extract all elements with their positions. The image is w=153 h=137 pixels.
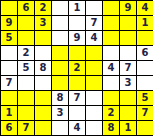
cell-r9c2[interactable]: 7	[18, 121, 34, 135]
cell-r3c5[interactable]: 9	[69, 31, 85, 45]
cell-r9c3[interactable]	[35, 121, 51, 135]
cell-r5c4[interactable]	[52, 61, 68, 75]
cell-r2c6[interactable]: 7	[86, 16, 102, 30]
cell-r5c1[interactable]	[1, 61, 17, 75]
cell-r6c1[interactable]: 7	[1, 76, 17, 90]
cell-r3c3[interactable]	[35, 31, 51, 45]
cell-r8c2[interactable]	[18, 106, 34, 120]
cell-r6c5[interactable]	[69, 76, 85, 90]
cell-r1c6[interactable]	[86, 1, 102, 15]
cell-r3c9[interactable]	[137, 31, 153, 45]
cell-r8c8[interactable]	[120, 106, 136, 120]
cell-r8c3[interactable]	[35, 106, 51, 120]
cell-r8c6[interactable]	[86, 106, 102, 120]
cell-r5c7[interactable]: 4	[103, 61, 119, 75]
cell-r4c5[interactable]	[69, 46, 85, 60]
cell-r6c9[interactable]	[137, 76, 153, 90]
cell-r9c7[interactable]: 8	[103, 121, 119, 135]
cell-r2c9[interactable]: 1	[137, 16, 153, 30]
cell-r8c4[interactable]: 3	[52, 106, 68, 120]
cell-r3c4[interactable]	[52, 31, 68, 45]
cell-r4c3[interactable]	[35, 46, 51, 60]
cell-r7c4[interactable]: 8	[52, 91, 68, 105]
cell-r2c8[interactable]	[120, 16, 136, 30]
cell-r7c7[interactable]	[103, 91, 119, 105]
cell-r1c8[interactable]: 9	[120, 1, 136, 15]
cell-r5c9[interactable]	[137, 61, 153, 75]
cell-r1c4[interactable]	[52, 1, 68, 15]
cell-r5c3[interactable]: 8	[35, 61, 51, 75]
cell-r2c5[interactable]	[69, 16, 85, 30]
cell-r7c2[interactable]	[18, 91, 34, 105]
cell-r8c1[interactable]: 1	[1, 106, 17, 120]
cell-r9c4[interactable]	[52, 121, 68, 135]
cell-r1c1[interactable]	[1, 1, 17, 15]
cell-r2c4[interactable]	[52, 16, 68, 30]
cell-r7c3[interactable]	[35, 91, 51, 105]
cell-r2c1[interactable]: 9	[1, 16, 17, 30]
cell-r6c6[interactable]	[86, 76, 102, 90]
cell-r4c7[interactable]	[103, 46, 119, 60]
cell-r4c2[interactable]: 2	[18, 46, 34, 60]
cell-r5c6[interactable]	[86, 61, 102, 75]
cell-r5c2[interactable]: 5	[18, 61, 34, 75]
cell-r9c1[interactable]: 6	[1, 121, 17, 135]
cell-r1c7[interactable]	[103, 1, 119, 15]
cell-r7c9[interactable]: 5	[137, 91, 153, 105]
cell-r5c5[interactable]: 2	[69, 61, 85, 75]
cell-r9c9[interactable]	[137, 121, 153, 135]
cell-r7c6[interactable]	[86, 91, 102, 105]
cell-r1c9[interactable]: 4	[137, 1, 153, 15]
cell-r6c4[interactable]	[52, 76, 68, 90]
cell-r1c3[interactable]: 2	[35, 1, 51, 15]
cell-r7c1[interactable]	[1, 91, 17, 105]
cell-r2c2[interactable]	[18, 16, 34, 30]
cell-r2c3[interactable]: 3	[35, 16, 51, 30]
cell-r3c2[interactable]	[18, 31, 34, 45]
cell-r3c6[interactable]: 4	[86, 31, 102, 45]
cell-r6c8[interactable]: 3	[120, 76, 136, 90]
cell-r9c6[interactable]	[86, 121, 102, 135]
cell-r6c2[interactable]	[18, 76, 34, 90]
cell-r4c1[interactable]	[1, 46, 17, 60]
cell-r6c3[interactable]	[35, 76, 51, 90]
cell-r4c8[interactable]	[120, 46, 136, 60]
cell-r4c6[interactable]	[86, 46, 102, 60]
sudoku-board: 621949371594265824773875132767481	[0, 0, 153, 136]
cell-r2c7[interactable]	[103, 16, 119, 30]
cell-r3c7[interactable]	[103, 31, 119, 45]
cell-r5c8[interactable]: 7	[120, 61, 136, 75]
cell-r6c7[interactable]	[103, 76, 119, 90]
cell-r1c2[interactable]: 6	[18, 1, 34, 15]
cell-r7c8[interactable]	[120, 91, 136, 105]
cell-r4c4[interactable]	[52, 46, 68, 60]
cell-r9c8[interactable]: 1	[120, 121, 136, 135]
cell-r7c5[interactable]: 7	[69, 91, 85, 105]
cell-r3c1[interactable]: 5	[1, 31, 17, 45]
cell-r3c8[interactable]	[120, 31, 136, 45]
cell-r9c5[interactable]: 4	[69, 121, 85, 135]
cell-r8c9[interactable]: 7	[137, 106, 153, 120]
cell-r8c7[interactable]: 2	[103, 106, 119, 120]
cell-r8c5[interactable]	[69, 106, 85, 120]
cell-r1c5[interactable]: 1	[69, 1, 85, 15]
sudoku-board-container: 621949371594265824773875132767481	[0, 0, 153, 137]
cell-r4c9[interactable]: 6	[137, 46, 153, 60]
